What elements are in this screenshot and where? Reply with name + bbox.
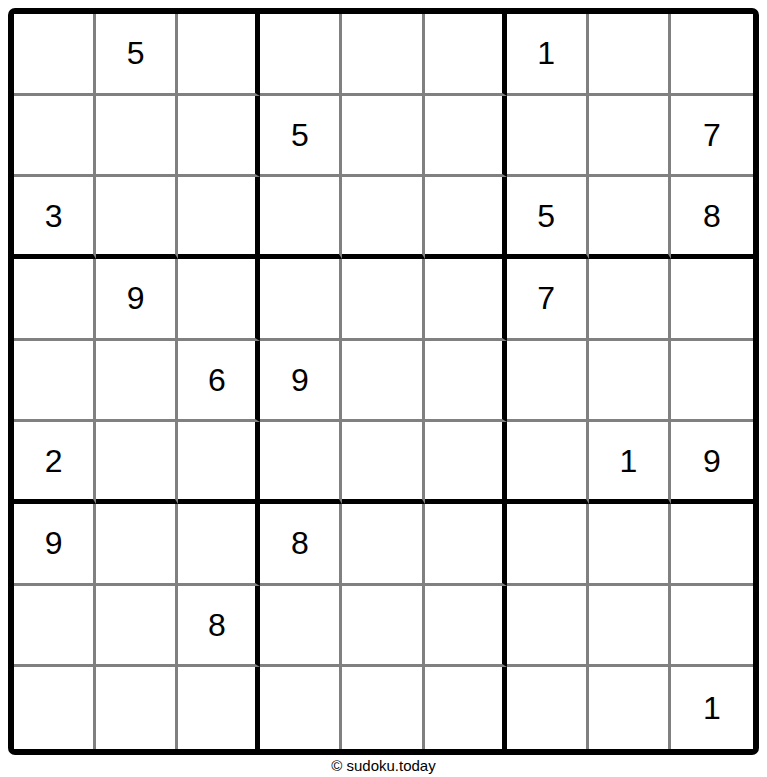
cell-r6c5[interactable]	[342, 422, 424, 504]
cell-r7c1[interactable]: 9	[14, 504, 96, 586]
cell-r2c1[interactable]	[14, 96, 96, 178]
given-digit: 1	[703, 692, 721, 724]
cell-r1c7[interactable]: 1	[507, 14, 589, 96]
cell-r9c4[interactable]	[260, 667, 342, 749]
puzzle-page: 515735897692199881 © sudoku.today	[0, 0, 767, 777]
cell-r6c7[interactable]	[507, 422, 589, 504]
given-digit: 1	[537, 37, 555, 69]
given-digit: 7	[537, 282, 555, 314]
cell-r1c6[interactable]	[425, 14, 507, 96]
cell-r7c4[interactable]: 8	[260, 504, 342, 586]
cell-r1c8[interactable]	[589, 14, 671, 96]
cell-r3c8[interactable]	[589, 177, 671, 259]
cell-r8c9[interactable]	[671, 586, 753, 668]
given-digit: 2	[45, 445, 63, 477]
cell-r9c2[interactable]	[96, 667, 178, 749]
cell-r2c5[interactable]	[342, 96, 424, 178]
cell-r9c6[interactable]	[425, 667, 507, 749]
cell-r9c7[interactable]	[507, 667, 589, 749]
cell-r6c1[interactable]: 2	[14, 422, 96, 504]
cell-r6c9[interactable]: 9	[671, 422, 753, 504]
given-digit: 7	[703, 119, 721, 151]
cell-r3c1[interactable]: 3	[14, 177, 96, 259]
cell-r5c7[interactable]	[507, 341, 589, 423]
given-digit: 5	[537, 200, 555, 232]
cell-r7c3[interactable]	[178, 504, 260, 586]
cell-r3c4[interactable]	[260, 177, 342, 259]
cell-r7c2[interactable]	[96, 504, 178, 586]
cell-r7c8[interactable]	[589, 504, 671, 586]
cell-r9c8[interactable]	[589, 667, 671, 749]
cell-r3c5[interactable]	[342, 177, 424, 259]
cell-r1c3[interactable]	[178, 14, 260, 96]
cell-r5c2[interactable]	[96, 341, 178, 423]
cell-r6c4[interactable]	[260, 422, 342, 504]
cell-r9c1[interactable]	[14, 667, 96, 749]
cell-r8c1[interactable]	[14, 586, 96, 668]
cell-r3c6[interactable]	[425, 177, 507, 259]
cell-r5c8[interactable]	[589, 341, 671, 423]
cell-r4c6[interactable]	[425, 259, 507, 341]
cell-r8c3[interactable]: 8	[178, 586, 260, 668]
cell-r5c1[interactable]	[14, 341, 96, 423]
cell-r4c7[interactable]: 7	[507, 259, 589, 341]
cell-r2c6[interactable]	[425, 96, 507, 178]
cell-r2c4[interactable]: 5	[260, 96, 342, 178]
cell-r7c7[interactable]	[507, 504, 589, 586]
cell-r2c8[interactable]	[589, 96, 671, 178]
given-digit: 3	[45, 200, 63, 232]
given-digit: 6	[208, 364, 226, 396]
cell-r4c9[interactable]	[671, 259, 753, 341]
given-digit: 9	[127, 282, 145, 314]
cell-r5c4[interactable]: 9	[260, 341, 342, 423]
cell-r1c5[interactable]	[342, 14, 424, 96]
cell-r6c2[interactable]	[96, 422, 178, 504]
given-digit: 5	[291, 119, 309, 151]
cell-r5c9[interactable]	[671, 341, 753, 423]
cell-r4c4[interactable]	[260, 259, 342, 341]
given-digit: 8	[291, 527, 309, 559]
cell-r2c7[interactable]	[507, 96, 589, 178]
cell-r7c5[interactable]	[342, 504, 424, 586]
cell-r1c2[interactable]: 5	[96, 14, 178, 96]
cell-r1c9[interactable]	[671, 14, 753, 96]
cell-r3c9[interactable]: 8	[671, 177, 753, 259]
cell-r5c5[interactable]	[342, 341, 424, 423]
cell-r9c9[interactable]: 1	[671, 667, 753, 749]
cell-r6c6[interactable]	[425, 422, 507, 504]
cell-r8c8[interactable]	[589, 586, 671, 668]
cell-r8c5[interactable]	[342, 586, 424, 668]
cell-r5c3[interactable]: 6	[178, 341, 260, 423]
cell-r2c9[interactable]: 7	[671, 96, 753, 178]
given-digit: 5	[127, 37, 145, 69]
cell-r1c4[interactable]	[260, 14, 342, 96]
cell-r2c3[interactable]	[178, 96, 260, 178]
given-digit: 1	[619, 445, 637, 477]
given-digit: 9	[703, 445, 721, 477]
cell-r4c5[interactable]	[342, 259, 424, 341]
cell-r9c5[interactable]	[342, 667, 424, 749]
cell-r3c2[interactable]	[96, 177, 178, 259]
cell-r4c8[interactable]	[589, 259, 671, 341]
given-digit: 9	[45, 527, 63, 559]
cell-r8c2[interactable]	[96, 586, 178, 668]
cell-r7c9[interactable]	[671, 504, 753, 586]
cell-r4c2[interactable]: 9	[96, 259, 178, 341]
cell-r8c7[interactable]	[507, 586, 589, 668]
cell-r4c3[interactable]	[178, 259, 260, 341]
sudoku-board: 515735897692199881	[8, 8, 759, 755]
cell-r7c6[interactable]	[425, 504, 507, 586]
copyright-text: © sudoku.today	[0, 757, 767, 774]
cell-r3c7[interactable]: 5	[507, 177, 589, 259]
cell-r6c3[interactable]	[178, 422, 260, 504]
cell-r9c3[interactable]	[178, 667, 260, 749]
given-digit: 9	[291, 364, 309, 396]
given-digit: 8	[703, 200, 721, 232]
given-digit: 8	[208, 609, 226, 641]
cell-r2c2[interactable]	[96, 96, 178, 178]
cell-r4c1[interactable]	[14, 259, 96, 341]
cell-r3c3[interactable]	[178, 177, 260, 259]
cell-r8c6[interactable]	[425, 586, 507, 668]
cell-r8c4[interactable]	[260, 586, 342, 668]
cell-r5c6[interactable]	[425, 341, 507, 423]
cell-r6c8[interactable]: 1	[589, 422, 671, 504]
cell-r1c1[interactable]	[14, 14, 96, 96]
